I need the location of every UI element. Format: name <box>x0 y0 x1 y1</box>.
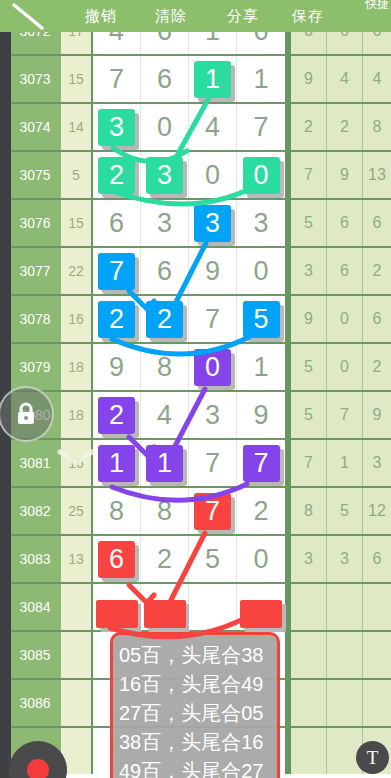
stat-cell[interactable]: 4 <box>326 56 362 102</box>
digit-cell[interactable]: 2 <box>141 296 189 342</box>
table-row: 3077227690362 <box>0 248 391 296</box>
sum-cell[interactable] <box>61 584 91 630</box>
highlight-square: 7 <box>243 445 280 482</box>
stat-cell[interactable]: 8 <box>362 104 391 150</box>
digit-cell[interactable]: 1 <box>141 440 189 486</box>
digit-cell[interactable]: 6 <box>141 32 189 54</box>
digit-cell[interactable]: 4 <box>189 104 237 150</box>
digit-cell[interactable]: 3 <box>189 200 237 246</box>
stat-cell[interactable]: 7 <box>291 152 326 198</box>
highlight-square: 1 <box>194 61 231 98</box>
highlight-square: 0 <box>243 157 280 194</box>
sum-cell[interactable]: 25 <box>61 488 91 534</box>
stat-cell[interactable] <box>362 632 391 678</box>
stat-cell[interactable]: 2 <box>362 248 391 294</box>
digit-cell[interactable]: 7 <box>93 56 141 102</box>
stat-cell[interactable] <box>291 680 326 726</box>
digit-cell[interactable]: 0 <box>189 344 237 390</box>
digit-cell[interactable]: 8 <box>93 488 141 534</box>
digit-cell[interactable]: 2 <box>141 536 189 582</box>
digit-cell[interactable]: 9 <box>93 344 141 390</box>
highlight-square: 5 <box>243 301 280 338</box>
digit-cell[interactable]: 9 <box>189 248 237 294</box>
highlight-square: 1 <box>98 445 135 482</box>
digit-cell[interactable]: 6 <box>237 32 285 54</box>
stat-cell[interactable]: 6 <box>326 32 362 54</box>
digit-cell[interactable]: 3 <box>141 200 189 246</box>
digit-cell[interactable]: 8 <box>141 488 189 534</box>
sum-cell[interactable]: 16 <box>61 296 91 342</box>
highlight-square: 2 <box>146 301 183 338</box>
digit-cell[interactable]: 0 <box>189 152 237 198</box>
lock-button[interactable] <box>0 386 54 442</box>
digit-cell[interactable] <box>189 584 237 630</box>
undo-button[interactable]: 撤销 <box>85 7 117 26</box>
text-tool-button[interactable]: T <box>356 741 389 774</box>
digit-cell[interactable]: 1 <box>93 440 141 486</box>
sum-cell[interactable]: 15 <box>61 56 91 102</box>
popup-line: 05百，头尾合38 <box>119 641 273 670</box>
sum-cell[interactable]: 5 <box>61 152 91 198</box>
stat-cell[interactable]: 4 <box>362 56 391 102</box>
stat-cell[interactable]: 0 <box>326 296 362 342</box>
digit-cell[interactable]: 2 <box>93 296 141 342</box>
table-row: 3074143047228 <box>0 104 391 152</box>
stat-cell[interactable] <box>291 728 326 774</box>
save-button[interactable]: 保存 <box>292 7 324 26</box>
table-row: 3075523007913 <box>0 152 391 200</box>
digit-cell[interactable]: 2 <box>237 488 285 534</box>
stat-cell[interactable]: 9 <box>291 296 326 342</box>
digit-cell[interactable] <box>237 584 285 630</box>
sum-cell[interactable]: 18 <box>61 392 91 438</box>
digit-cell[interactable] <box>93 584 141 630</box>
stat-cell[interactable]: 5 <box>291 344 326 390</box>
digit-cell[interactable]: 2 <box>93 392 141 438</box>
digit-cell[interactable]: 2 <box>93 152 141 198</box>
digit-cell[interactable]: 7 <box>93 248 141 294</box>
red-marked-square <box>144 600 186 628</box>
digit-cell[interactable]: 3 <box>141 152 189 198</box>
highlight-square: 1 <box>146 445 183 482</box>
stat-cell[interactable] <box>326 680 362 726</box>
stat-cell[interactable]: 6 <box>362 32 391 54</box>
sum-cell[interactable] <box>61 680 91 726</box>
highlight-square: 3 <box>194 205 231 242</box>
stat-cell[interactable]: 9 <box>362 392 391 438</box>
digit-cell[interactable]: 9 <box>237 392 285 438</box>
stat-cell[interactable]: 9 <box>291 56 326 102</box>
digit-cell[interactable]: 3 <box>93 104 141 150</box>
digit-cell[interactable]: 7 <box>237 104 285 150</box>
digit-cell[interactable]: 6 <box>93 200 141 246</box>
digit-cell[interactable]: 7 <box>189 296 237 342</box>
stat-cell[interactable]: 6 <box>291 32 326 54</box>
share-button[interactable]: 分享 <box>227 7 259 26</box>
stat-cell[interactable] <box>362 680 391 726</box>
stat-cell[interactable]: 9 <box>326 152 362 198</box>
digit-cell[interactable]: 7 <box>237 440 285 486</box>
stat-cell[interactable]: 3 <box>362 440 391 486</box>
note-popup[interactable]: 05百，头尾合3816百，头尾合4927百，头尾合0538百，头尾合1649百，… <box>110 632 280 778</box>
stat-cell[interactable]: 3 <box>291 536 326 582</box>
stat-cell[interactable]: 2 <box>291 104 326 150</box>
highlight-square: 2 <box>98 301 135 338</box>
digit-cell[interactable]: 7 <box>189 488 237 534</box>
digit-cell[interactable]: 6 <box>141 56 189 102</box>
sum-cell[interactable]: 22 <box>61 248 91 294</box>
lottery-trend-app: 撤销 清除 分享 保存 快捷 3072174616666307315761194… <box>0 0 391 778</box>
digit-cell[interactable]: 6 <box>93 536 141 582</box>
table-row: 3078162275906 <box>0 296 391 344</box>
digit-cell[interactable]: 1 <box>237 344 285 390</box>
digit-cell[interactable]: 0 <box>141 104 189 150</box>
digit-cell[interactable]: 8 <box>141 344 189 390</box>
table-row: 3076156333566 <box>0 200 391 248</box>
stat-cell[interactable]: 0 <box>326 344 362 390</box>
highlight-square: 3 <box>146 157 183 194</box>
highlight-square: 2 <box>98 157 135 194</box>
table-row: 3072174616666 <box>0 32 391 56</box>
sum-cell[interactable] <box>61 632 91 678</box>
sum-cell[interactable]: 17 <box>61 32 91 54</box>
table-row: 3073157611944 <box>0 56 391 104</box>
digit-cell[interactable]: 5 <box>237 296 285 342</box>
stat-cell[interactable]: 5 <box>291 200 326 246</box>
highlight-square: 7 <box>194 493 231 530</box>
digit-cell[interactable]: 6 <box>141 248 189 294</box>
stat-cell[interactable]: 2 <box>326 104 362 150</box>
table-row: 3079189801502 <box>0 344 391 392</box>
digit-cell[interactable]: 3 <box>237 200 285 246</box>
popup-line: 49百，头尾合27 <box>119 757 273 778</box>
stat-cell[interactable]: 7 <box>291 440 326 486</box>
red-marked-square <box>96 600 138 628</box>
stat-cell[interactable]: 6 <box>326 200 362 246</box>
toolbar: 撤销 清除 分享 保存 快捷 <box>0 0 391 32</box>
stat-cell[interactable] <box>291 584 326 630</box>
highlight-square: 6 <box>98 541 135 578</box>
stat-cell[interactable]: 6 <box>362 296 391 342</box>
stat-cell[interactable]: 2 <box>362 344 391 390</box>
popup-line: 38百，头尾合16 <box>119 728 273 757</box>
popup-line: 16百，头尾合49 <box>119 670 273 699</box>
digit-cell[interactable]: 1 <box>189 56 237 102</box>
digit-cell[interactable]: 0 <box>237 248 285 294</box>
stat-cell[interactable]: 6 <box>362 536 391 582</box>
sum-cell[interactable]: 14 <box>61 104 91 150</box>
digit-cell[interactable]: 1 <box>237 56 285 102</box>
stat-cell[interactable]: 13 <box>362 152 391 198</box>
stat-cell[interactable]: 8 <box>291 488 326 534</box>
sum-cell[interactable]: 13 <box>61 536 91 582</box>
stat-cell[interactable]: 6 <box>362 200 391 246</box>
stat-cell[interactable]: 3 <box>291 248 326 294</box>
chevron-down-icon[interactable] <box>56 448 96 468</box>
stat-cell[interactable]: 12 <box>362 488 391 534</box>
top-right-clipped-label[interactable]: 快捷 <box>365 0 389 13</box>
digit-cell[interactable]: 3 <box>189 392 237 438</box>
stat-cell[interactable]: 3 <box>326 536 362 582</box>
digit-cell[interactable]: 4 <box>93 32 141 54</box>
highlight-square: 7 <box>98 253 135 290</box>
stat-cell[interactable]: 6 <box>326 248 362 294</box>
table-row: 3080182439579 <box>0 392 391 440</box>
stat-cell[interactable]: 1 <box>326 440 362 486</box>
table-row: 3083136250336 <box>0 536 391 584</box>
highlight-square: 3 <box>98 109 135 146</box>
digit-cell[interactable]: 5 <box>189 536 237 582</box>
digit-cell[interactable]: 0 <box>237 536 285 582</box>
stat-cell[interactable] <box>291 632 326 678</box>
table-row: 3084 <box>0 584 391 632</box>
digit-cell[interactable]: 7 <box>189 440 237 486</box>
digit-cell[interactable]: 0 <box>237 152 285 198</box>
highlight-square: 0 <box>194 349 231 386</box>
popup-line: 27百，头尾合05 <box>119 699 273 728</box>
record-dot-icon <box>27 759 49 778</box>
sum-cell[interactable]: 15 <box>61 200 91 246</box>
back-pen-icon[interactable] <box>6 0 50 32</box>
stat-cell[interactable] <box>326 632 362 678</box>
stat-cell[interactable]: 7 <box>326 392 362 438</box>
stat-cell[interactable] <box>362 584 391 630</box>
stat-cell[interactable] <box>326 584 362 630</box>
table-row: 30822588728512 <box>0 488 391 536</box>
digit-cell[interactable]: 4 <box>141 392 189 438</box>
digit-cell[interactable]: 1 <box>189 32 237 54</box>
digit-cell[interactable] <box>141 584 189 630</box>
clear-button[interactable]: 清除 <box>155 7 187 26</box>
sum-cell[interactable]: 18 <box>61 344 91 390</box>
stat-cell[interactable]: 5 <box>326 488 362 534</box>
lock-icon <box>15 402 37 426</box>
highlight-square: 2 <box>98 397 135 434</box>
red-marked-square <box>240 600 282 628</box>
stat-cell[interactable]: 5 <box>291 392 326 438</box>
